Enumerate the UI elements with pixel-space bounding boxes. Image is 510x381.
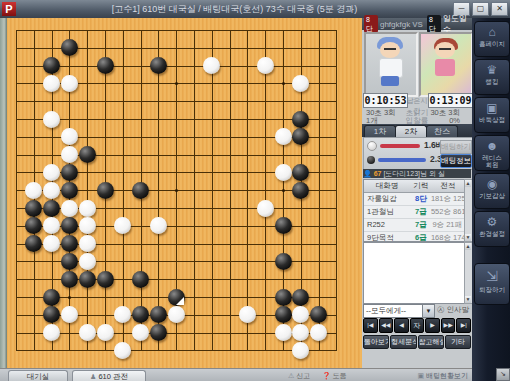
grid-line	[265, 30, 266, 351]
white-stone-icon	[367, 141, 377, 151]
white-stone	[43, 164, 60, 181]
resize-handle-icon[interactable]: ↘	[496, 368, 510, 381]
left-player-rank-badge: 8단	[364, 15, 378, 33]
black-stone	[150, 324, 167, 341]
grid-line	[319, 30, 320, 351]
close-button[interactable]: ✕	[491, 2, 508, 16]
last-move-button[interactable]: ▶|	[456, 318, 471, 333]
grid-line	[336, 30, 337, 351]
home-icon: ⌂	[475, 24, 509, 40]
white-stone	[79, 235, 96, 252]
white-stone	[203, 57, 220, 74]
vs-label: VS	[412, 20, 423, 29]
white-stone	[239, 306, 256, 323]
commentary-button[interactable]: 참고해설	[418, 335, 444, 349]
grid-line	[212, 30, 213, 351]
tool-buttons: 돌아보기 형세분석 참고해설 기타	[363, 335, 471, 349]
row-record: 9승 21패	[431, 219, 464, 231]
row-name: R252	[364, 219, 411, 231]
first-move-button[interactable]: |◀	[363, 318, 378, 333]
black-stone	[97, 271, 114, 288]
window-title: [고수1] 610번 대국실 / 배팅대국(호선) 73수 대국중 (5분 경과…	[16, 3, 453, 16]
white-stone	[61, 75, 78, 92]
fast-forward-button[interactable]: ▶▶	[441, 318, 456, 333]
playback-controls: |◀ ◀◀ ◀ 자동 ▶ ▶▶ ▶|	[363, 318, 471, 333]
black-stone	[61, 39, 78, 56]
black-stone	[292, 182, 309, 199]
players-header: 8단 ghfgkfgk VS 8단 일도일수	[362, 18, 472, 30]
black-stone	[43, 306, 60, 323]
betting-panel: 1.6배 2.3배 배팅하기 배팅정보	[363, 137, 473, 170]
row-record: 181승 125패	[431, 193, 464, 205]
white-stone	[79, 324, 96, 341]
homepage-button[interactable]: ⌂ 홈페이지	[474, 21, 510, 57]
star-point	[282, 189, 285, 192]
col-name: 대화명	[364, 180, 410, 192]
help-icon: ❓	[322, 371, 331, 380]
scroll-up-icon[interactable]: ▲	[465, 243, 471, 250]
row-name: 9단목적	[364, 232, 411, 242]
white-stone	[132, 324, 149, 341]
white-stone	[79, 253, 96, 270]
person-icon: ♟	[90, 371, 96, 381]
white-stone	[168, 306, 185, 323]
analysis-button[interactable]: 형세분석	[390, 335, 416, 349]
white-stone	[292, 75, 309, 92]
side-menu: ⌂ 홈페이지 ♛ 랭킹 ▣ 바둑상점 ☻ 레디스 회원 ◉ 기보감상 ⚙ 환경설…	[472, 18, 510, 381]
bottom-bar: 대기실 ♟ 610 관전 ⚠ 신고 ❓ 도움 ▣ 배팅현황보기	[0, 368, 472, 381]
black-stone	[310, 306, 327, 323]
white-stone	[43, 111, 60, 128]
white-stone	[43, 182, 60, 199]
black-stone-icon	[367, 156, 375, 164]
scroll-up-icon[interactable]: ▲	[465, 180, 471, 187]
forward-button[interactable]: ▶	[425, 318, 440, 333]
spectator-table: 대화명 기력 전적 자룰일감 8단 181승 125패 1관철님 7급 552승…	[363, 179, 465, 242]
bet-status-link[interactable]: ▣ 배팅현황보기	[417, 371, 468, 381]
black-stone	[292, 289, 309, 306]
member-icon: ☻	[475, 138, 509, 154]
betting-tabs: 1차 2차 찬스	[362, 124, 472, 137]
black-stone	[97, 57, 114, 74]
white-stone	[97, 324, 114, 341]
white-stone	[61, 146, 78, 163]
left-player-clock: 0:10:53	[363, 93, 408, 108]
white-stone	[150, 217, 167, 234]
app-logo-icon: P	[2, 2, 16, 16]
shop-button[interactable]: ▣ 바둑상점	[474, 97, 510, 133]
black-stone	[43, 200, 60, 217]
left-player-avatar	[364, 32, 418, 97]
white-stone	[25, 182, 42, 199]
black-stone	[275, 306, 292, 323]
main-area: 8단 ghfgkfgk VS 8단 일도일수 0:10:53 남은시간 0:13…	[0, 18, 510, 368]
black-stone	[43, 289, 60, 306]
black-odds-bar	[378, 158, 426, 162]
white-stone	[275, 164, 292, 181]
black-stone	[168, 289, 185, 306]
trophy-icon: ♛	[475, 62, 509, 78]
exit-button[interactable]: ⇲ 퇴장하기	[474, 263, 510, 305]
right-player-rank-badge: 8단	[427, 15, 441, 33]
people-icon: 👤	[363, 169, 372, 178]
chat-target-select[interactable]: --모두에게--	[363, 304, 425, 318]
review-button[interactable]: 돌아보기	[363, 335, 389, 349]
black-stone	[275, 253, 292, 270]
white-stone	[114, 217, 131, 234]
col-record: 전적	[431, 180, 464, 192]
ranking-button[interactable]: ♛ 랭킹	[474, 59, 510, 95]
black-stone	[25, 217, 42, 234]
black-stone	[150, 57, 167, 74]
right-panel: 8단 ghfgkfgk VS 8단 일도일수 0:10:53 남은시간 0:13…	[362, 18, 472, 368]
white-stone	[292, 324, 309, 341]
white-odds-bar	[380, 144, 420, 148]
black-stone	[43, 57, 60, 74]
exit-icon: ⇲	[475, 266, 509, 286]
black-stone	[79, 271, 96, 288]
left-player-name: ghfgkfgk	[380, 20, 410, 29]
go-board[interactable]	[7, 18, 364, 368]
white-stone	[79, 217, 96, 234]
window-icon: ▣	[417, 372, 424, 380]
white-stone	[43, 324, 60, 341]
scroll-down-icon[interactable]: ▼	[465, 234, 471, 241]
white-stone	[61, 306, 78, 323]
table-header-row: 대화명 기력 전적	[364, 180, 464, 193]
white-stone	[43, 217, 60, 234]
black-stone	[292, 111, 309, 128]
white-stone	[292, 342, 309, 359]
black-stone	[25, 200, 42, 217]
back-button[interactable]: ◀	[394, 318, 409, 333]
black-stone	[79, 146, 96, 163]
table-row[interactable]: 9단목적 6급 168승 174패	[364, 232, 464, 242]
game-record-button[interactable]: ◉ 기보감상	[474, 173, 510, 209]
bet-button-disabled: 배팅하기	[440, 140, 472, 154]
black-stone	[132, 182, 149, 199]
row-rank: 7급	[411, 206, 431, 218]
greeting-icon: ㉦	[437, 305, 445, 314]
white-stone	[292, 306, 309, 323]
black-stone	[61, 271, 78, 288]
auto-button[interactable]: 자동	[410, 318, 425, 333]
col-rank: 기력	[410, 180, 431, 192]
white-stone	[275, 324, 292, 341]
black-stone	[132, 271, 149, 288]
star-point	[68, 296, 71, 299]
star-point	[282, 82, 285, 85]
black-stone	[275, 217, 292, 234]
white-stone	[310, 324, 327, 341]
row-rank: 8단	[411, 193, 431, 205]
row-rank: 7급	[411, 219, 431, 231]
table-row[interactable]: 1관철님 7급 552승 861패	[364, 206, 464, 219]
warning-icon: ⚠	[288, 371, 294, 380]
star-point	[175, 189, 178, 192]
grid-line	[230, 30, 231, 351]
black-stone	[25, 235, 42, 252]
row-rank: 6급	[411, 232, 431, 242]
black-stone	[61, 217, 78, 234]
bettor-text: [도다리123]님 외 실	[381, 170, 444, 177]
black-stone	[275, 289, 292, 306]
black-stone	[132, 306, 149, 323]
table-row[interactable]: 자룰일감 8단 181승 125패	[364, 193, 464, 206]
white-stone	[275, 128, 292, 145]
white-stone	[43, 235, 60, 252]
etc-button[interactable]: 기타	[445, 335, 471, 349]
row-name: 1관철님	[364, 206, 411, 218]
help-button[interactable]: ❓ 도움	[322, 371, 347, 380]
white-stone	[61, 200, 78, 217]
black-stone	[97, 182, 114, 199]
chevron-down-icon[interactable]: ▼	[422, 304, 435, 318]
white-stone	[79, 200, 96, 217]
right-player-avatar	[419, 32, 473, 97]
report-button[interactable]: ⚠ 신고	[288, 371, 310, 380]
black-stone	[61, 253, 78, 270]
black-stone	[61, 164, 78, 181]
row-record: 168승 174패	[431, 232, 464, 242]
app-window: P [고수1] 610번 대국실 / 배팅대국(호선) 73수 대국중 (5분 …	[0, 0, 510, 381]
white-stone	[257, 57, 274, 74]
star-point	[175, 82, 178, 85]
black-stone	[292, 128, 309, 145]
black-stone	[61, 235, 78, 252]
black-stone	[292, 164, 309, 181]
white-stone	[114, 342, 131, 359]
member-button[interactable]: ☻ 레디스 회원	[474, 135, 510, 171]
grid-line	[16, 350, 337, 351]
last-move-marker-icon	[176, 297, 184, 305]
restore-button[interactable]: ▢	[472, 2, 489, 16]
white-stone	[61, 128, 78, 145]
greeting-link[interactable]: ㉦ 인사말	[437, 305, 469, 315]
gear-icon: ⚙	[475, 214, 509, 230]
row-name: 자룰일감	[364, 193, 411, 205]
table-row[interactable]: R252 7급 9승 21패	[364, 219, 464, 232]
shop-icon: ▣	[475, 100, 509, 116]
scroll-down-icon[interactable]: ▼	[465, 296, 471, 303]
white-stone	[114, 306, 131, 323]
black-stone	[150, 306, 167, 323]
left-edge-strip	[0, 18, 7, 368]
fast-back-button[interactable]: ◀◀	[379, 318, 394, 333]
settings-button[interactable]: ⚙ 환경설정	[474, 211, 510, 247]
record-icon: ◉	[475, 176, 509, 192]
tab-lobby[interactable]: 대기실	[8, 370, 68, 381]
tab-room[interactable]: ♟ 610 관전	[72, 370, 146, 381]
row-record: 552승 861패	[431, 206, 464, 218]
betting-info-button[interactable]: 배팅정보	[440, 154, 472, 168]
white-stone	[43, 75, 60, 92]
black-stone	[61, 182, 78, 199]
betting-status-line: 👤 67 [도다리123]님 외 실	[363, 169, 471, 178]
right-player-clock: 0:13:09	[428, 93, 473, 108]
chat-box[interactable]	[363, 242, 465, 304]
grid-line	[194, 30, 195, 351]
grid-line	[247, 30, 248, 351]
white-stone	[257, 200, 274, 217]
